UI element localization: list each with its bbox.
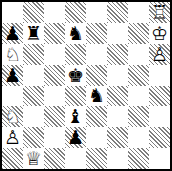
square-c7[interactable] <box>44 23 65 44</box>
square-f2[interactable] <box>107 127 128 148</box>
piece-black-bishop: ♝ <box>65 106 86 127</box>
square-a8[interactable] <box>2 2 23 23</box>
piece-black-knight: ♞ <box>65 23 86 44</box>
piece-white-knight: ♘ <box>2 44 23 65</box>
square-d3[interactable]: ♝ <box>65 106 86 127</box>
square-d8[interactable] <box>65 2 86 23</box>
square-g6[interactable] <box>128 44 149 65</box>
piece-white-fill: ♛ <box>23 148 44 169</box>
piece-white-fill: ♞ <box>2 44 23 65</box>
square-f5[interactable] <box>107 65 128 86</box>
square-a4[interactable] <box>2 86 23 107</box>
square-b4[interactable] <box>23 86 44 107</box>
square-g3[interactable] <box>128 106 149 127</box>
square-b5[interactable] <box>23 65 44 86</box>
square-c2[interactable] <box>44 127 65 148</box>
square-a5[interactable]: ♟ <box>2 65 23 86</box>
square-b2[interactable] <box>23 127 44 148</box>
square-h5[interactable] <box>149 65 170 86</box>
square-g2[interactable] <box>128 127 149 148</box>
square-g8[interactable] <box>128 2 149 23</box>
piece-black-pawn: ♟ <box>2 65 23 86</box>
piece-black-pawn: ♟ <box>2 23 23 44</box>
square-f6[interactable] <box>107 44 128 65</box>
square-d2[interactable]: ♟ <box>65 127 86 148</box>
square-c4[interactable] <box>44 86 65 107</box>
square-e2[interactable] <box>86 127 107 148</box>
square-h4[interactable] <box>149 86 170 107</box>
square-g7[interactable] <box>128 23 149 44</box>
square-g5[interactable] <box>128 65 149 86</box>
square-b3[interactable] <box>23 106 44 127</box>
piece-white-fill: ♟ <box>149 44 170 65</box>
square-f4[interactable] <box>107 86 128 107</box>
square-d4[interactable] <box>65 86 86 107</box>
square-h1[interactable] <box>149 148 170 169</box>
square-b7[interactable]: ♜ <box>23 23 44 44</box>
square-b1[interactable]: ♛♕ <box>23 148 44 169</box>
piece-white-fill: ♟ <box>2 127 23 148</box>
piece-white-pawn: ♙ <box>149 44 170 65</box>
piece-white-rook: ♖ <box>149 2 170 23</box>
piece-white-fill: ♜ <box>149 2 170 23</box>
piece-white-pawn: ♙ <box>2 127 23 148</box>
piece-white-knight: ♘ <box>2 106 23 127</box>
square-h2[interactable] <box>149 127 170 148</box>
square-e7[interactable] <box>86 23 107 44</box>
square-c8[interactable] <box>44 2 65 23</box>
square-c1[interactable] <box>44 148 65 169</box>
square-a7[interactable]: ♟ <box>2 23 23 44</box>
square-f3[interactable] <box>107 106 128 127</box>
square-e3[interactable] <box>86 106 107 127</box>
square-f1[interactable] <box>107 148 128 169</box>
square-e4[interactable]: ♞ <box>86 86 107 107</box>
square-a6[interactable]: ♞♘ <box>2 44 23 65</box>
square-c3[interactable] <box>44 106 65 127</box>
square-f7[interactable] <box>107 23 128 44</box>
square-a3[interactable]: ♞♘ <box>2 106 23 127</box>
square-f8[interactable] <box>107 2 128 23</box>
square-d5[interactable]: ♚ <box>65 65 86 86</box>
square-h7[interactable]: ♚♔ <box>149 23 170 44</box>
square-h3[interactable] <box>149 106 170 127</box>
square-g4[interactable] <box>128 86 149 107</box>
square-a1[interactable] <box>2 148 23 169</box>
piece-white-king: ♔ <box>149 23 170 44</box>
square-h8[interactable]: ♜♖ <box>149 2 170 23</box>
square-e1[interactable] <box>86 148 107 169</box>
piece-black-knight: ♞ <box>86 86 107 107</box>
chess-board: ♜♖♟♜♞♚♔♞♘♟♙♟♚♞♞♘♝♟♙♟♛♕ <box>2 2 170 169</box>
piece-black-king: ♚ <box>65 65 86 86</box>
square-e8[interactable] <box>86 2 107 23</box>
square-c5[interactable] <box>44 65 65 86</box>
square-a2[interactable]: ♟♙ <box>2 127 23 148</box>
square-c6[interactable] <box>44 44 65 65</box>
square-d7[interactable]: ♞ <box>65 23 86 44</box>
piece-black-rook: ♜ <box>23 23 44 44</box>
square-b6[interactable] <box>23 44 44 65</box>
piece-white-queen: ♕ <box>23 148 44 169</box>
piece-white-fill: ♚ <box>149 23 170 44</box>
chess-board-frame: ♜♖♟♜♞♚♔♞♘♟♙♟♚♞♞♘♝♟♙♟♛♕ <box>0 0 172 171</box>
square-d6[interactable] <box>65 44 86 65</box>
square-b8[interactable] <box>23 2 44 23</box>
square-e5[interactable] <box>86 65 107 86</box>
square-h6[interactable]: ♟♙ <box>149 44 170 65</box>
square-d1[interactable] <box>65 148 86 169</box>
square-g1[interactable] <box>128 148 149 169</box>
piece-black-pawn: ♟ <box>65 127 86 148</box>
square-e6[interactable] <box>86 44 107 65</box>
piece-white-fill: ♞ <box>2 106 23 127</box>
